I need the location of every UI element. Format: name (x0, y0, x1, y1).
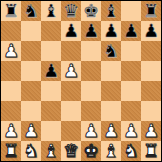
chess-board: ♜♞♝♛♚♝♜♟♟♟♟♟♟♞♟♟♟♟♟♟♟♟♜♞♝♛♚♝♞♜ (1, 1, 161, 161)
square-d2[interactable] (61, 121, 81, 141)
square-d1[interactable]: ♛ (61, 141, 81, 161)
square-f6[interactable]: ♞ (101, 41, 121, 61)
square-a3[interactable] (1, 101, 21, 121)
square-c4[interactable] (41, 81, 61, 101)
piece-white-knight[interactable]: ♞ (121, 141, 141, 161)
piece-black-pawn[interactable]: ♟ (141, 21, 161, 41)
piece-white-pawn[interactable]: ♟ (121, 121, 141, 141)
square-e8[interactable]: ♚ (81, 1, 101, 21)
square-g8[interactable] (121, 1, 141, 21)
square-h4[interactable] (141, 81, 161, 101)
piece-white-king[interactable]: ♚ (81, 141, 101, 161)
square-e5[interactable] (81, 61, 101, 81)
square-c7[interactable] (41, 21, 61, 41)
piece-white-pawn[interactable]: ♟ (1, 41, 21, 61)
square-b5[interactable] (21, 61, 41, 81)
square-h3[interactable] (141, 101, 161, 121)
chess-board-frame: ♜♞♝♛♚♝♜♟♟♟♟♟♟♞♟♟♟♟♟♟♟♟♜♞♝♛♚♝♞♜ (0, 0, 162, 162)
piece-black-pawn[interactable]: ♟ (121, 21, 141, 41)
square-g7[interactable]: ♟ (121, 21, 141, 41)
square-a1[interactable]: ♜ (1, 141, 21, 161)
square-h7[interactable]: ♟ (141, 21, 161, 41)
square-f8[interactable]: ♝ (101, 1, 121, 21)
square-b4[interactable] (21, 81, 41, 101)
piece-black-king[interactable]: ♚ (81, 1, 101, 21)
piece-white-pawn[interactable]: ♟ (101, 121, 121, 141)
square-d4[interactable] (61, 81, 81, 101)
square-d6[interactable] (61, 41, 81, 61)
square-b7[interactable] (21, 21, 41, 41)
piece-black-bishop[interactable]: ♝ (41, 1, 61, 21)
square-e4[interactable] (81, 81, 101, 101)
square-g2[interactable]: ♟ (121, 121, 141, 141)
square-h8[interactable]: ♜ (141, 1, 161, 21)
piece-white-knight[interactable]: ♞ (21, 141, 41, 161)
square-e3[interactable] (81, 101, 101, 121)
square-a2[interactable]: ♟ (1, 121, 21, 141)
piece-black-pawn[interactable]: ♟ (41, 61, 61, 81)
square-a4[interactable] (1, 81, 21, 101)
piece-black-knight[interactable]: ♞ (21, 1, 41, 21)
square-g1[interactable]: ♞ (121, 141, 141, 161)
square-f3[interactable] (101, 101, 121, 121)
piece-white-pawn[interactable]: ♟ (61, 61, 81, 81)
piece-white-queen[interactable]: ♛ (61, 141, 81, 161)
square-f7[interactable]: ♟ (101, 21, 121, 41)
square-d7[interactable]: ♟ (61, 21, 81, 41)
square-b2[interactable]: ♟ (21, 121, 41, 141)
piece-white-pawn[interactable]: ♟ (1, 121, 21, 141)
piece-white-bishop[interactable]: ♝ (101, 141, 121, 161)
square-g4[interactable] (121, 81, 141, 101)
piece-black-bishop[interactable]: ♝ (101, 1, 121, 21)
square-a8[interactable]: ♜ (1, 1, 21, 21)
piece-white-rook[interactable]: ♜ (1, 141, 21, 161)
square-g5[interactable] (121, 61, 141, 81)
square-h2[interactable]: ♟ (141, 121, 161, 141)
square-a6[interactable]: ♟ (1, 41, 21, 61)
square-e2[interactable]: ♟ (81, 121, 101, 141)
piece-black-knight[interactable]: ♞ (101, 41, 121, 61)
square-e7[interactable]: ♟ (81, 21, 101, 41)
square-e1[interactable]: ♚ (81, 141, 101, 161)
square-f1[interactable]: ♝ (101, 141, 121, 161)
piece-black-pawn[interactable]: ♟ (61, 21, 81, 41)
square-g6[interactable] (121, 41, 141, 61)
square-b6[interactable] (21, 41, 41, 61)
square-h5[interactable] (141, 61, 161, 81)
piece-black-rook[interactable]: ♜ (141, 1, 161, 21)
piece-black-pawn[interactable]: ♟ (81, 21, 101, 41)
square-b3[interactable] (21, 101, 41, 121)
square-e6[interactable] (81, 41, 101, 61)
piece-white-pawn[interactable]: ♟ (141, 121, 161, 141)
piece-white-rook[interactable]: ♜ (141, 141, 161, 161)
square-c2[interactable] (41, 121, 61, 141)
square-f2[interactable]: ♟ (101, 121, 121, 141)
piece-white-pawn[interactable]: ♟ (81, 121, 101, 141)
square-c8[interactable]: ♝ (41, 1, 61, 21)
piece-white-bishop[interactable]: ♝ (41, 141, 61, 161)
square-c6[interactable] (41, 41, 61, 61)
piece-black-queen[interactable]: ♛ (61, 1, 81, 21)
square-g3[interactable] (121, 101, 141, 121)
square-f4[interactable] (101, 81, 121, 101)
square-d5[interactable]: ♟ (61, 61, 81, 81)
square-a5[interactable] (1, 61, 21, 81)
square-c5[interactable]: ♟ (41, 61, 61, 81)
square-b1[interactable]: ♞ (21, 141, 41, 161)
square-b8[interactable]: ♞ (21, 1, 41, 21)
square-d8[interactable]: ♛ (61, 1, 81, 21)
square-d3[interactable] (61, 101, 81, 121)
square-c1[interactable]: ♝ (41, 141, 61, 161)
square-h6[interactable] (141, 41, 161, 61)
square-a7[interactable] (1, 21, 21, 41)
square-f5[interactable] (101, 61, 121, 81)
square-h1[interactable]: ♜ (141, 141, 161, 161)
piece-black-rook[interactable]: ♜ (1, 1, 21, 21)
piece-white-pawn[interactable]: ♟ (21, 121, 41, 141)
piece-black-pawn[interactable]: ♟ (101, 21, 121, 41)
square-c3[interactable] (41, 101, 61, 121)
